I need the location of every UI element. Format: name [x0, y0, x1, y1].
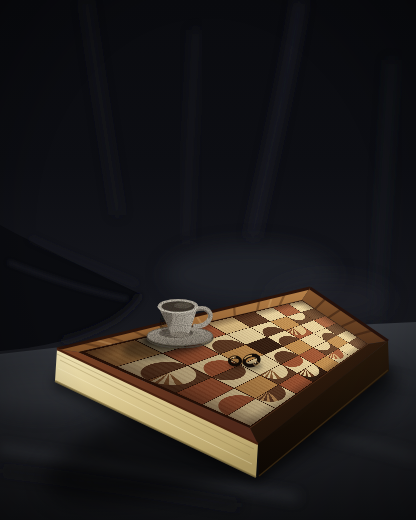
scene	[0, 0, 416, 520]
foreground-layer	[0, 0, 416, 520]
vignette	[0, 0, 416, 520]
